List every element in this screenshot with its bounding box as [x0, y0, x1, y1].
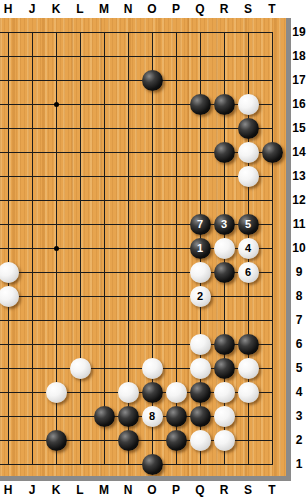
black-stone[interactable] — [142, 454, 163, 475]
star-point — [54, 246, 59, 251]
go-kifu-viewer: HJKLMNOPQRST 73514628 191817161514131211… — [0, 0, 308, 500]
black-stone[interactable] — [214, 262, 235, 283]
white-stone[interactable] — [70, 358, 91, 379]
black-stone[interactable] — [262, 142, 283, 163]
white-stone[interactable]: 2 — [190, 286, 211, 307]
column-label: N — [116, 0, 140, 18]
white-stone[interactable] — [190, 430, 211, 451]
column-label: Q — [188, 480, 212, 500]
column-label: M — [92, 0, 116, 18]
column-label: J — [20, 480, 44, 500]
column-label: L — [68, 0, 92, 18]
row-label: 2 — [290, 428, 308, 452]
move-number: 6 — [245, 266, 251, 278]
row-label: 9 — [290, 260, 308, 284]
column-label: S — [236, 480, 260, 500]
white-stone[interactable] — [0, 286, 19, 307]
column-label: M — [92, 480, 116, 500]
row-label: 4 — [290, 380, 308, 404]
row-label: 3 — [290, 404, 308, 428]
black-stone[interactable] — [214, 142, 235, 163]
row-label: 1 — [290, 452, 308, 476]
black-stone[interactable] — [94, 406, 115, 427]
column-label: J — [20, 0, 44, 18]
row-label: 19 — [290, 20, 308, 44]
black-stone[interactable] — [46, 430, 67, 451]
row-label: 7 — [290, 308, 308, 332]
black-stone[interactable] — [238, 334, 259, 355]
column-label: T — [260, 480, 284, 500]
column-label: H — [0, 480, 20, 500]
column-label: P — [164, 480, 188, 500]
black-stone[interactable] — [166, 406, 187, 427]
black-stone[interactable] — [142, 382, 163, 403]
column-label: L — [68, 480, 92, 500]
black-stone[interactable] — [190, 406, 211, 427]
white-stone[interactable] — [238, 358, 259, 379]
black-stone[interactable] — [142, 70, 163, 91]
column-label: O — [140, 0, 164, 18]
white-stone[interactable] — [238, 94, 259, 115]
row-label: 5 — [290, 356, 308, 380]
column-label: K — [44, 480, 68, 500]
row-label: 15 — [290, 116, 308, 140]
black-stone[interactable]: 5 — [238, 214, 259, 235]
black-stone[interactable] — [118, 406, 139, 427]
white-stone[interactable] — [166, 382, 187, 403]
row-labels-right: 19181716151413121110987654321 — [290, 20, 308, 476]
column-label: R — [212, 480, 236, 500]
white-stone[interactable] — [214, 382, 235, 403]
white-stone[interactable]: 8 — [142, 406, 163, 427]
star-point — [54, 102, 59, 107]
column-labels-bottom: HJKLMNOPQRST — [0, 480, 284, 500]
white-stone[interactable] — [190, 334, 211, 355]
column-label: N — [116, 480, 140, 500]
black-stone[interactable] — [190, 382, 211, 403]
black-stone[interactable] — [190, 94, 211, 115]
white-stone[interactable]: 6 — [238, 262, 259, 283]
column-labels-top: HJKLMNOPQRST — [0, 0, 284, 18]
row-label: 6 — [290, 332, 308, 356]
move-number: 7 — [197, 218, 203, 230]
row-label: 8 — [290, 284, 308, 308]
row-label: 10 — [290, 236, 308, 260]
row-label: 13 — [290, 164, 308, 188]
white-stone[interactable] — [46, 382, 67, 403]
white-stone[interactable] — [214, 430, 235, 451]
black-stone[interactable] — [118, 430, 139, 451]
column-label: H — [0, 0, 20, 18]
column-label: Q — [188, 0, 212, 18]
column-label: P — [164, 0, 188, 18]
white-stone[interactable] — [118, 382, 139, 403]
move-number: 5 — [245, 218, 251, 230]
white-stone[interactable] — [190, 358, 211, 379]
white-stone[interactable] — [238, 166, 259, 187]
white-stone[interactable] — [238, 142, 259, 163]
stones-layer: 73514628 — [0, 20, 284, 476]
row-label: 18 — [290, 44, 308, 68]
move-number: 2 — [197, 290, 203, 302]
column-label: R — [212, 0, 236, 18]
white-stone[interactable] — [0, 262, 19, 283]
black-stone[interactable]: 1 — [190, 238, 211, 259]
black-stone[interactable] — [214, 94, 235, 115]
white-stone[interactable] — [214, 406, 235, 427]
black-stone[interactable] — [238, 118, 259, 139]
white-stone[interactable] — [142, 358, 163, 379]
column-label: T — [260, 0, 284, 18]
white-stone[interactable]: 4 — [238, 238, 259, 259]
column-label: O — [140, 480, 164, 500]
go-board[interactable]: 73514628 — [0, 18, 286, 476]
column-label: K — [44, 0, 68, 18]
white-stone[interactable] — [214, 238, 235, 259]
move-number: 1 — [197, 242, 203, 254]
row-label: 14 — [290, 140, 308, 164]
black-stone[interactable] — [214, 334, 235, 355]
column-label: S — [236, 0, 260, 18]
white-stone[interactable] — [190, 262, 211, 283]
black-stone[interactable] — [166, 430, 187, 451]
black-stone[interactable]: 3 — [214, 214, 235, 235]
move-number: 3 — [221, 218, 227, 230]
black-stone[interactable] — [214, 358, 235, 379]
row-label: 11 — [290, 212, 308, 236]
black-stone[interactable]: 7 — [190, 214, 211, 235]
move-number: 8 — [149, 410, 155, 422]
row-label: 17 — [290, 68, 308, 92]
move-number: 4 — [245, 242, 251, 254]
row-label: 16 — [290, 92, 308, 116]
white-stone[interactable] — [238, 382, 259, 403]
row-label: 12 — [290, 188, 308, 212]
